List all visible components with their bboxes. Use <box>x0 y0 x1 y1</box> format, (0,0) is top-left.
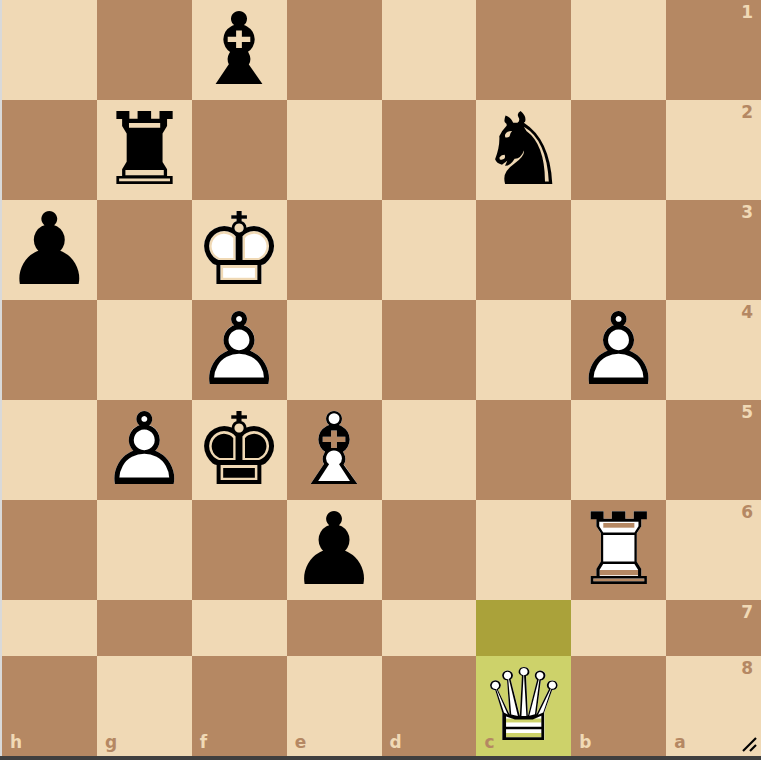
white-pawn[interactable]: ♟♙ <box>571 300 666 400</box>
rank-label-2: 2 <box>741 104 753 121</box>
white-king[interactable]: ♚♔ <box>192 200 287 300</box>
square-c3[interactable] <box>476 200 571 300</box>
square-d8[interactable]: d <box>382 656 477 756</box>
black-knight[interactable]: ♞ <box>476 100 571 200</box>
square-e3[interactable] <box>287 200 382 300</box>
square-d5[interactable] <box>382 400 477 500</box>
square-c6[interactable] <box>476 500 571 600</box>
file-label-g: g <box>105 734 117 751</box>
square-f4[interactable]: ♟♙ <box>192 300 287 400</box>
rank-label-6: 6 <box>741 504 753 521</box>
white-queen[interactable]: ♛♕ <box>476 656 571 756</box>
square-f2[interactable] <box>192 100 287 200</box>
square-e4[interactable] <box>287 300 382 400</box>
square-h1[interactable] <box>2 0 97 100</box>
square-g6[interactable] <box>97 500 192 600</box>
square-b5[interactable] <box>571 400 666 500</box>
square-a2[interactable]: 2 <box>666 100 761 200</box>
square-h3[interactable]: ♟ <box>2 200 97 300</box>
square-f6[interactable] <box>192 500 287 600</box>
square-d3[interactable] <box>382 200 477 300</box>
square-d7[interactable] <box>382 600 477 656</box>
square-h7[interactable] <box>2 600 97 656</box>
square-h5[interactable] <box>2 400 97 500</box>
square-f7[interactable] <box>192 600 287 656</box>
square-c2[interactable]: ♞ <box>476 100 571 200</box>
square-f1[interactable]: ♝ <box>192 0 287 100</box>
square-c4[interactable] <box>476 300 571 400</box>
white-rook[interactable]: ♜♖ <box>571 500 666 600</box>
square-d4[interactable] <box>382 300 477 400</box>
square-a4[interactable]: 4 <box>666 300 761 400</box>
square-d6[interactable] <box>382 500 477 600</box>
square-g5[interactable]: ♟♙ <box>97 400 192 500</box>
file-label-a: a <box>674 734 685 751</box>
square-b4[interactable]: ♟♙ <box>571 300 666 400</box>
bottom-bar <box>0 756 761 760</box>
rank-label-3: 3 <box>741 204 753 221</box>
square-b3[interactable] <box>571 200 666 300</box>
rank-label-7: 7 <box>741 604 753 621</box>
square-e7[interactable] <box>287 600 382 656</box>
white-bishop[interactable]: ♝♗ <box>287 400 382 500</box>
file-label-h: h <box>10 734 22 751</box>
file-label-f: f <box>200 734 207 751</box>
square-b6[interactable]: ♜♖ <box>571 500 666 600</box>
rank-label-1: 1 <box>741 4 753 21</box>
square-c1[interactable] <box>476 0 571 100</box>
file-label-e: e <box>295 734 307 751</box>
square-e6[interactable]: ♟ <box>287 500 382 600</box>
square-a3[interactable]: 3 <box>666 200 761 300</box>
square-e8[interactable]: e <box>287 656 382 756</box>
chess-board: ♝1♜♞2♟♚♔3♟♙♟♙4♟♙♚♝♗5♟♜♖67hgfed♛♕cba8 <box>2 0 761 756</box>
square-b8[interactable]: b <box>571 656 666 756</box>
black-pawn[interactable]: ♟ <box>2 200 97 300</box>
square-a7[interactable]: 7 <box>666 600 761 656</box>
square-e1[interactable] <box>287 0 382 100</box>
square-b7[interactable] <box>571 600 666 656</box>
square-f3[interactable]: ♚♔ <box>192 200 287 300</box>
square-a6[interactable]: 6 <box>666 500 761 600</box>
square-h4[interactable] <box>2 300 97 400</box>
square-c5[interactable] <box>476 400 571 500</box>
square-g8[interactable]: g <box>97 656 192 756</box>
chess-app: ♝1♜♞2♟♚♔3♟♙♟♙4♟♙♚♝♗5♟♜♖67hgfed♛♕cba8 <box>0 0 761 760</box>
file-label-d: d <box>390 734 402 751</box>
square-e5[interactable]: ♝♗ <box>287 400 382 500</box>
black-pawn[interactable]: ♟ <box>287 500 382 600</box>
square-g4[interactable] <box>97 300 192 400</box>
black-king[interactable]: ♚ <box>192 400 287 500</box>
square-a5[interactable]: 5 <box>666 400 761 500</box>
square-g1[interactable] <box>97 0 192 100</box>
square-d1[interactable] <box>382 0 477 100</box>
square-g2[interactable]: ♜ <box>97 100 192 200</box>
square-b2[interactable] <box>571 100 666 200</box>
rank-label-5: 5 <box>741 404 753 421</box>
square-a1[interactable]: 1 <box>666 0 761 100</box>
black-rook[interactable]: ♜ <box>97 100 192 200</box>
square-b1[interactable] <box>571 0 666 100</box>
square-e2[interactable] <box>287 100 382 200</box>
white-pawn[interactable]: ♟♙ <box>97 400 192 500</box>
square-h6[interactable] <box>2 500 97 600</box>
rank-label-4: 4 <box>741 304 753 321</box>
square-f5[interactable]: ♚ <box>192 400 287 500</box>
file-label-b: b <box>579 734 591 751</box>
resize-handle-icon[interactable] <box>741 736 758 753</box>
square-h8[interactable]: h <box>2 656 97 756</box>
white-pawn[interactable]: ♟♙ <box>192 300 287 400</box>
square-d2[interactable] <box>382 100 477 200</box>
black-bishop[interactable]: ♝ <box>192 0 287 100</box>
square-c8-lastmove-highlight[interactable]: ♛♕c <box>476 656 571 756</box>
rank-label-8: 8 <box>741 660 753 677</box>
square-f8[interactable]: f <box>192 656 287 756</box>
square-h2[interactable] <box>2 100 97 200</box>
square-g3[interactable] <box>97 200 192 300</box>
square-g7[interactable] <box>97 600 192 656</box>
